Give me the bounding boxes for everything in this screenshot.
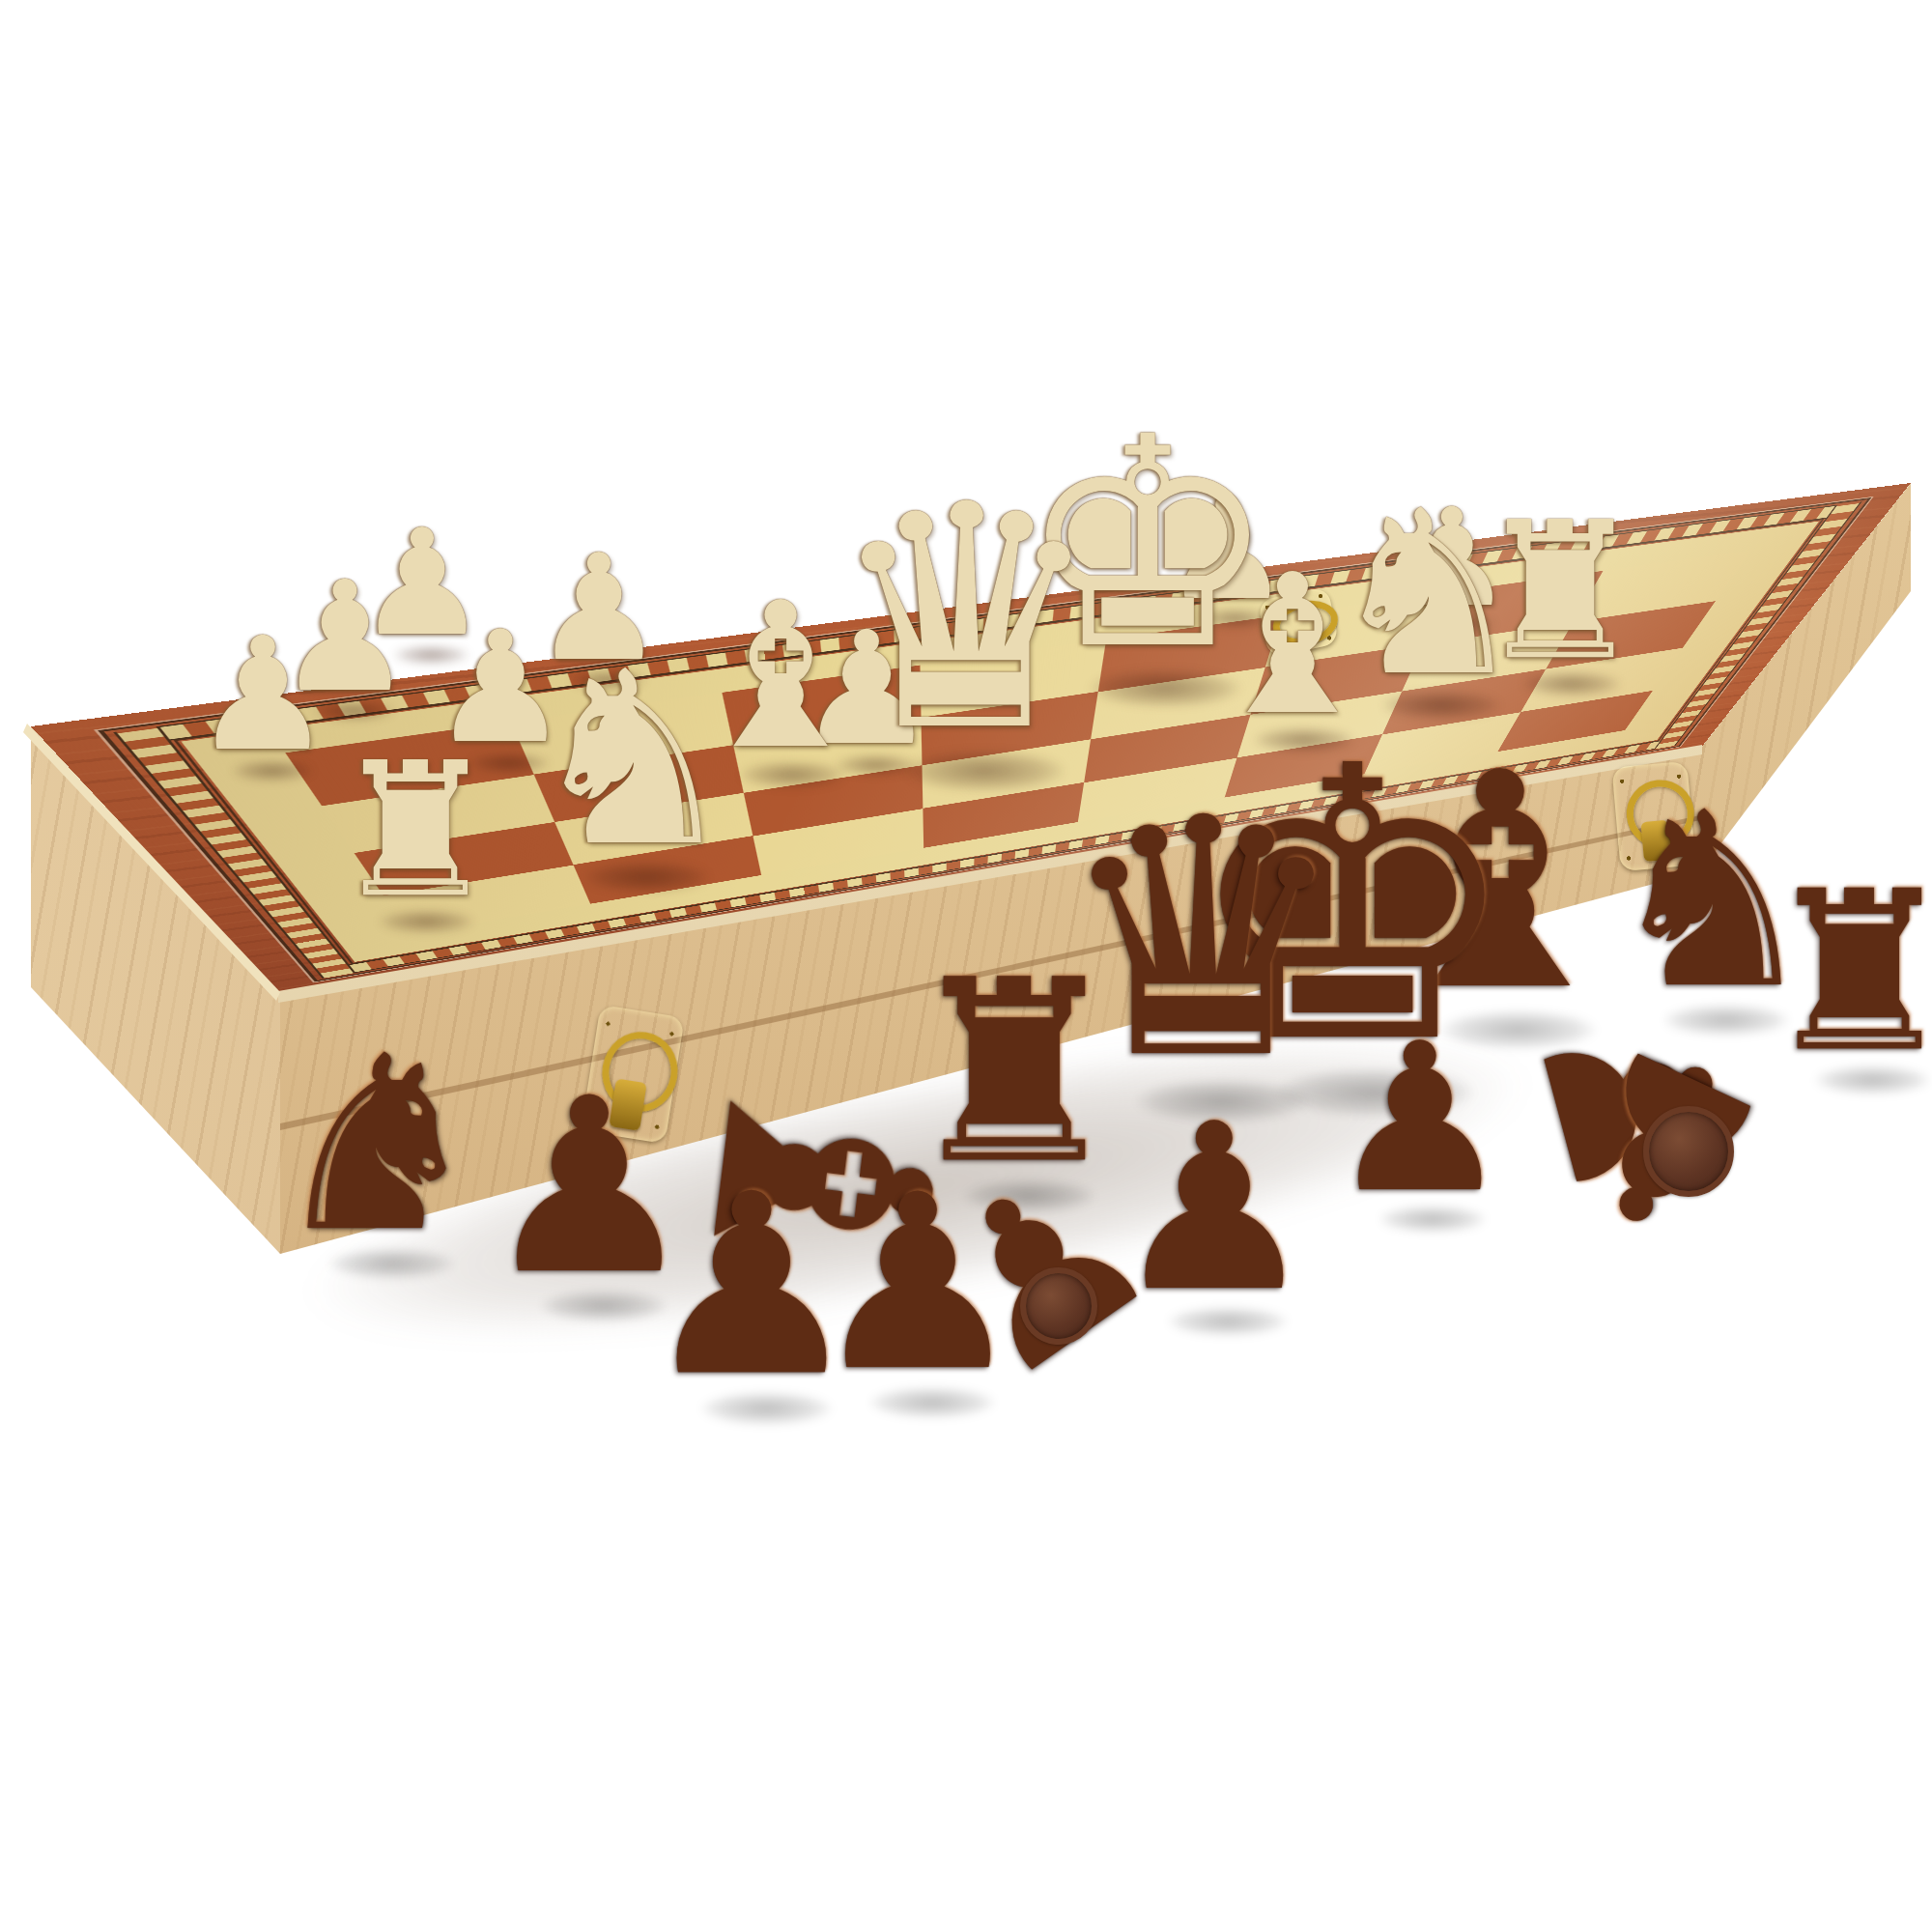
felt-base — [1643, 1106, 1734, 1197]
product-photo-canvas: ♟♟♟♜♟♟♞♝♟♛♚♟♝♞♟♜♞♟♝♟♟♟♜♛♚♟♟♝♟♟♞♜ — [0, 0, 1932, 1932]
dark-pawn: ♟ — [639, 1161, 863, 1410]
white-knight: ♞ — [526, 639, 740, 879]
dark-pawn: ♟ — [1111, 1094, 1317, 1323]
white-rook: ♜ — [332, 738, 498, 923]
white-pawn: ♟ — [192, 616, 332, 773]
dark-pawn: ♟ — [1328, 1016, 1512, 1221]
dark-rook: ♜ — [1761, 862, 1932, 1082]
felt-base — [1020, 1267, 1097, 1345]
dark-knight: ♞ — [269, 1024, 485, 1265]
